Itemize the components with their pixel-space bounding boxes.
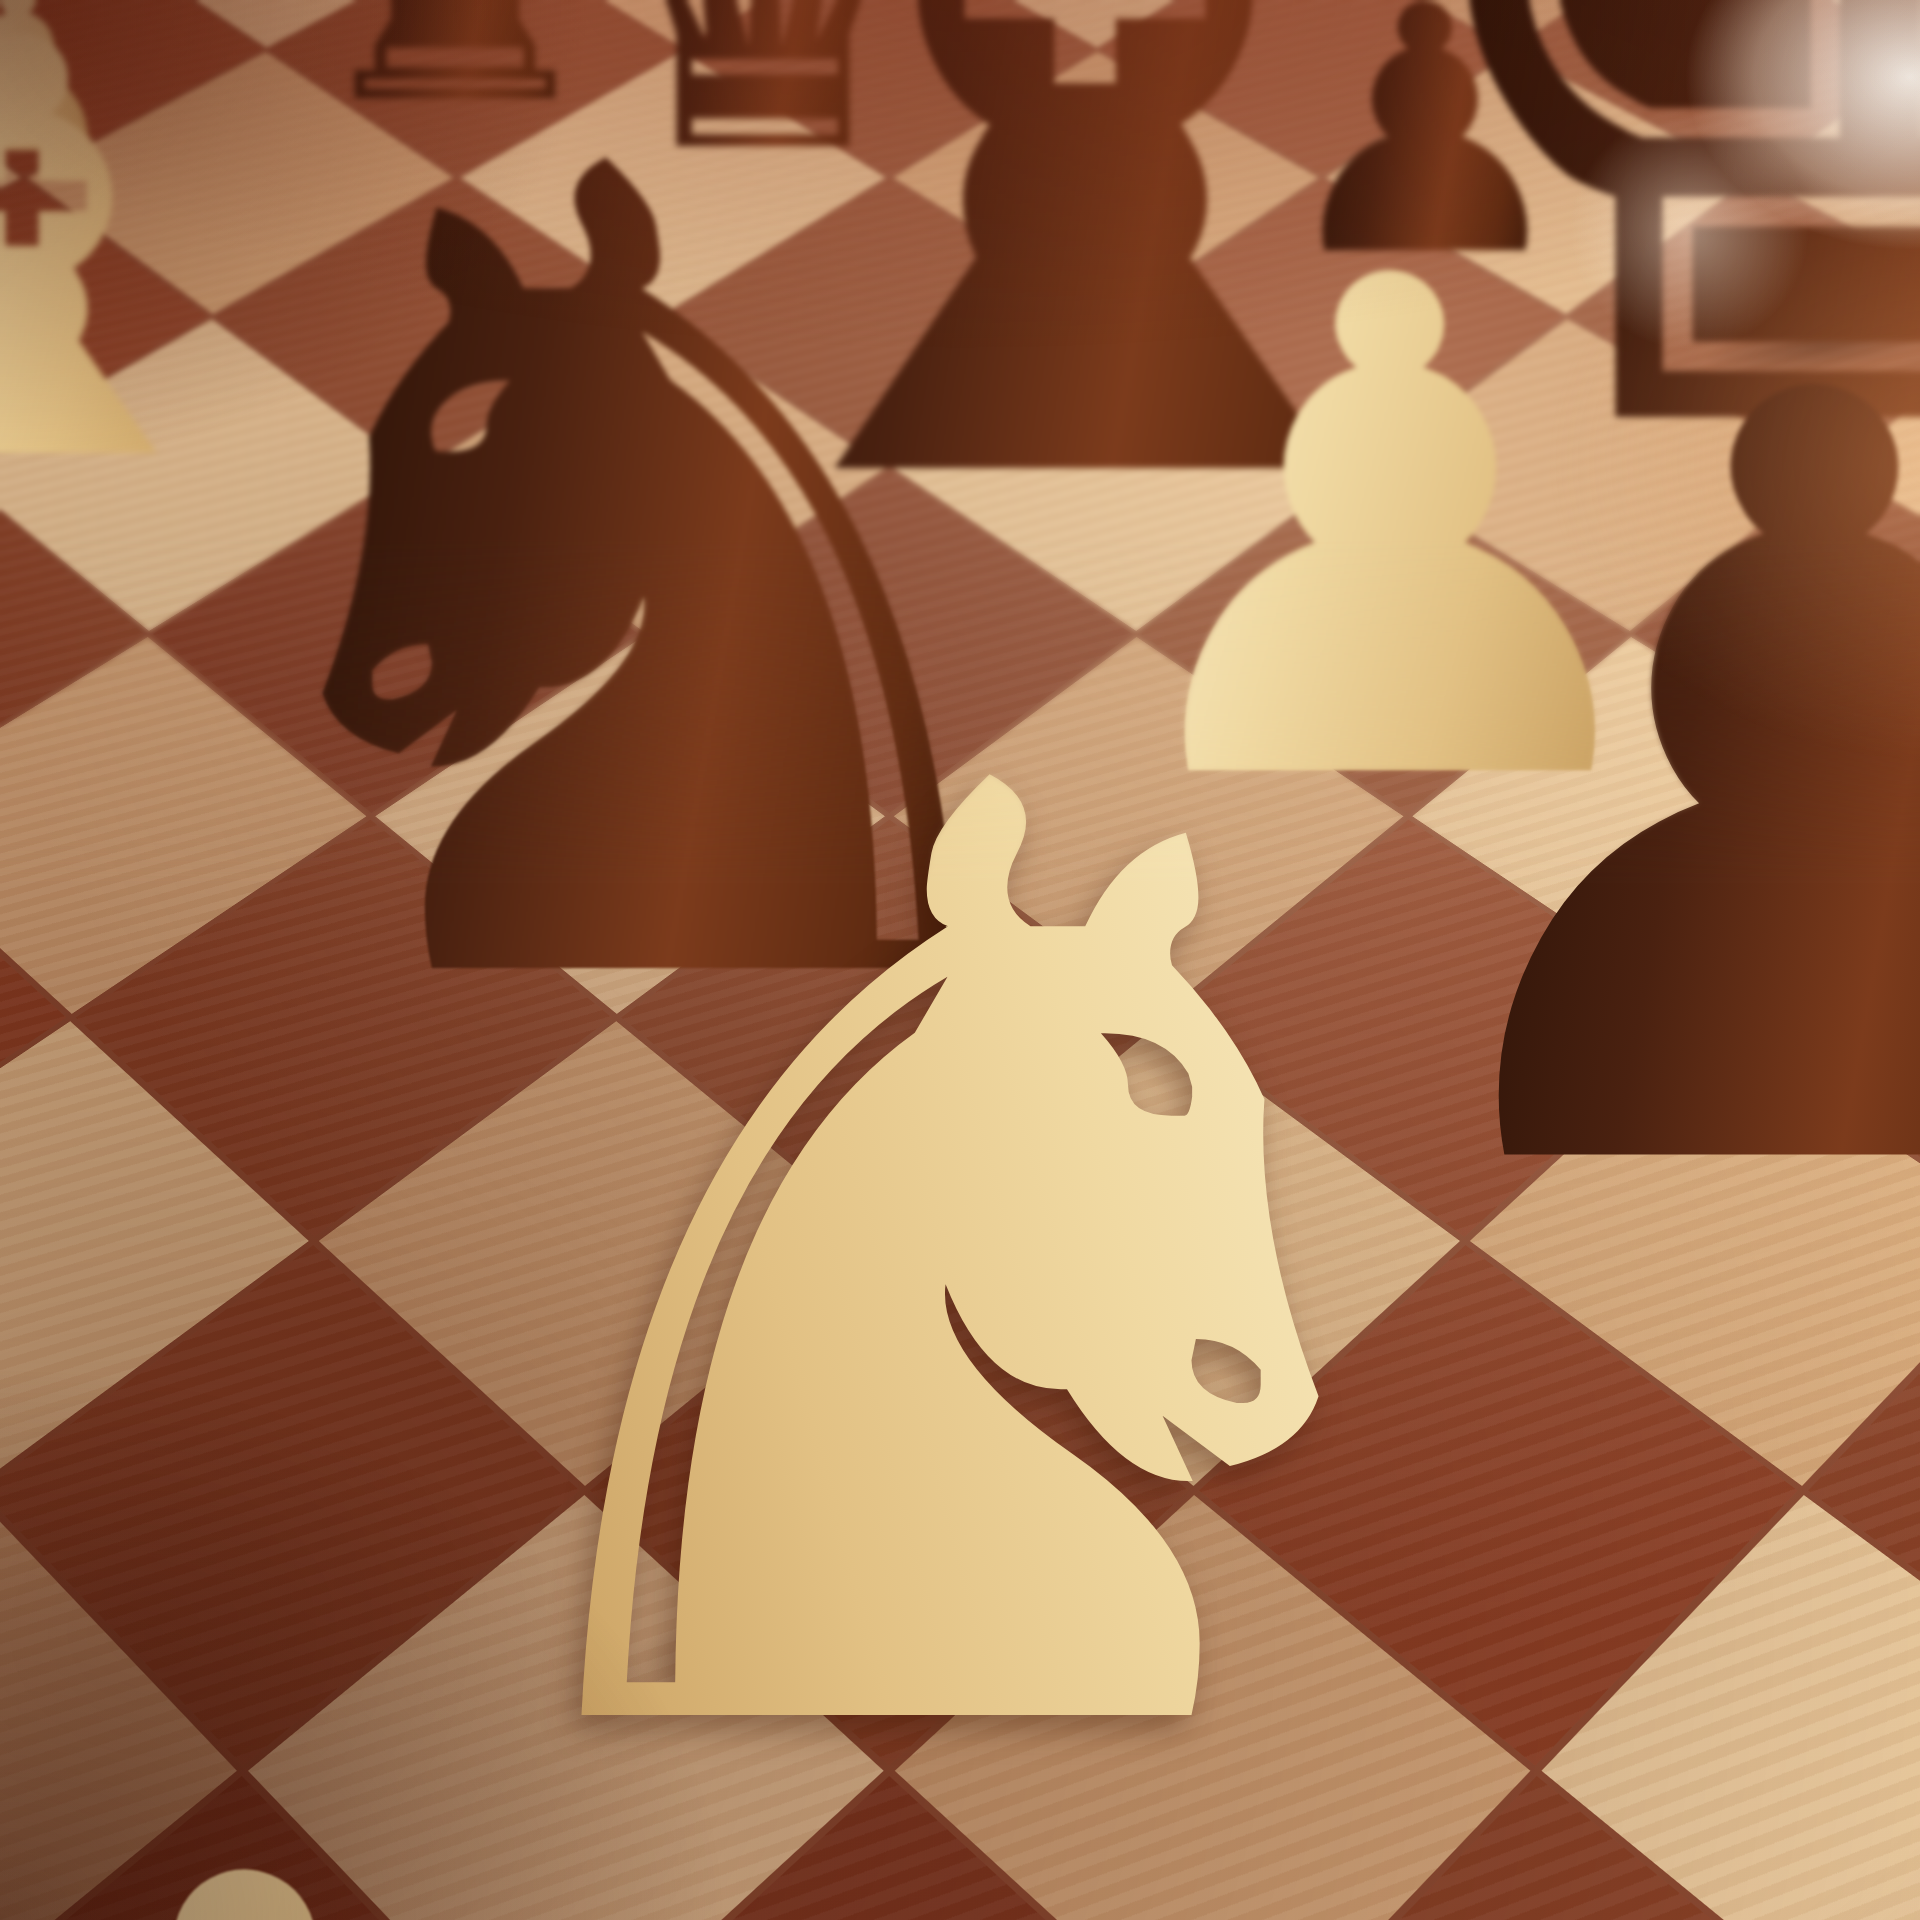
chess-photo-scene: ♜♛♟♟♚♝♝♟♞♟♞♟ [0,0,1920,1920]
chess-board [0,0,1920,1920]
